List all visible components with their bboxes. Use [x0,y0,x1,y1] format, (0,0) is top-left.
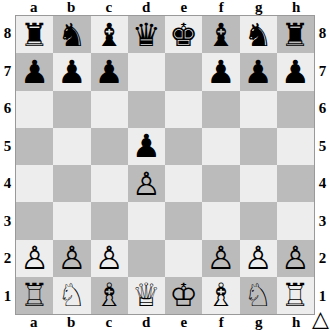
piece-black-pawn[interactable]: ♟ [132,130,161,162]
square-g5[interactable] [240,128,277,165]
square-b5[interactable] [53,128,90,165]
rank-label-7: 7 [0,53,15,91]
piece-black-bishop[interactable]: ♝ [95,19,124,51]
piece-black-rook[interactable]: ♜ [20,19,49,51]
file-label-b: b [53,0,91,15]
square-d2[interactable] [128,240,165,277]
piece-white-king[interactable]: ♔ [169,279,198,311]
square-b6[interactable] [53,91,90,128]
square-a6[interactable] [16,91,53,128]
rank-label-2: 2 [315,240,330,278]
file-label-c: c [90,315,128,330]
square-d7[interactable] [128,53,165,90]
square-g1[interactable]: ♘ [240,277,277,314]
square-c2[interactable]: ♙ [91,240,128,277]
piece-white-bishop[interactable]: ♗ [207,279,236,311]
piece-black-pawn[interactable]: ♟ [58,56,87,88]
square-a7[interactable]: ♟ [16,53,53,90]
square-f3[interactable] [202,202,239,239]
square-b8[interactable]: ♞ [53,16,90,53]
file-label-g: g [240,0,278,15]
piece-black-pawn[interactable]: ♟ [207,56,236,88]
piece-white-knight[interactable]: ♘ [58,279,87,311]
rank-label-8: 8 [0,15,15,53]
rank-label-4: 4 [0,165,15,203]
rank-labels-right: 87654321 [315,15,330,315]
chess-diagram: abcdefgh 87654321 ♜♞♝♛♚♝♞♜♟♟♟♟♟♟♟♙♙♙♙♙♙♙… [0,0,330,330]
square-e2[interactable] [165,240,202,277]
square-d8[interactable]: ♛ [128,16,165,53]
file-label-d: d [128,0,166,15]
white-to-move-indicator: △ [312,308,329,330]
file-label-c: c [90,0,128,15]
rank-labels-left: 87654321 [0,15,15,315]
piece-black-knight[interactable]: ♞ [244,19,273,51]
square-e3[interactable] [165,202,202,239]
rank-label-5: 5 [315,128,330,166]
chess-board: ♜♞♝♛♚♝♞♜♟♟♟♟♟♟♟♙♙♙♙♙♙♙♖♘♗♕♔♗♘♖ [15,15,315,315]
rank-label-3: 3 [315,203,330,241]
square-g8[interactable]: ♞ [240,16,277,53]
square-c8[interactable]: ♝ [91,16,128,53]
square-f7[interactable]: ♟ [202,53,239,90]
square-e4[interactable] [165,165,202,202]
square-g2[interactable]: ♙ [240,240,277,277]
square-c5[interactable] [91,128,128,165]
square-g3[interactable] [240,202,277,239]
rank-label-6: 6 [0,90,15,128]
square-d6[interactable] [128,91,165,128]
square-h6[interactable] [277,91,314,128]
file-label-d: d [128,315,166,330]
square-c1[interactable]: ♗ [91,277,128,314]
square-h8[interactable]: ♜ [277,16,314,53]
square-b7[interactable]: ♟ [53,53,90,90]
square-b1[interactable]: ♘ [53,277,90,314]
piece-black-pawn[interactable]: ♟ [281,56,310,88]
square-g4[interactable] [240,165,277,202]
rank-label-2: 2 [0,240,15,278]
square-a4[interactable] [16,165,53,202]
piece-white-pawn[interactable]: ♙ [281,242,310,274]
square-c3[interactable] [91,202,128,239]
piece-white-pawn[interactable]: ♙ [95,242,124,274]
file-labels-top: abcdefgh [15,0,315,15]
file-label-a: a [15,0,53,15]
file-label-g: g [240,315,278,330]
piece-white-rook[interactable]: ♖ [20,279,49,311]
piece-black-queen[interactable]: ♛ [132,19,161,51]
piece-black-knight[interactable]: ♞ [58,19,87,51]
rank-label-4: 4 [315,165,330,203]
square-d1[interactable]: ♕ [128,277,165,314]
square-a5[interactable] [16,128,53,165]
piece-white-rook[interactable]: ♖ [281,279,310,311]
square-a3[interactable] [16,202,53,239]
square-h4[interactable] [277,165,314,202]
piece-white-pawn[interactable]: ♙ [58,242,87,274]
square-f1[interactable]: ♗ [202,277,239,314]
square-h7[interactable]: ♟ [277,53,314,90]
rank-label-7: 7 [315,53,330,91]
square-g7[interactable]: ♟ [240,53,277,90]
piece-black-rook[interactable]: ♜ [281,19,310,51]
square-c6[interactable] [91,91,128,128]
square-b3[interactable] [53,202,90,239]
piece-white-pawn[interactable]: ♙ [132,168,161,200]
piece-black-bishop[interactable]: ♝ [207,19,236,51]
piece-black-pawn[interactable]: ♟ [20,56,49,88]
square-c7[interactable]: ♟ [91,53,128,90]
file-label-h: h [278,0,316,15]
square-h5[interactable] [277,128,314,165]
file-label-f: f [203,315,241,330]
square-e8[interactable]: ♚ [165,16,202,53]
square-d5[interactable]: ♟ [128,128,165,165]
square-f2[interactable]: ♙ [202,240,239,277]
square-e6[interactable] [165,91,202,128]
square-e7[interactable] [165,53,202,90]
square-d3[interactable] [128,202,165,239]
piece-white-pawn[interactable]: ♙ [20,242,49,274]
square-f6[interactable] [202,91,239,128]
file-label-b: b [53,315,91,330]
piece-white-pawn[interactable]: ♙ [207,242,236,274]
square-h1[interactable]: ♖ [277,277,314,314]
piece-white-bishop[interactable]: ♗ [95,279,124,311]
square-a2[interactable]: ♙ [16,240,53,277]
piece-black-pawn[interactable]: ♟ [95,56,124,88]
square-b4[interactable] [53,165,90,202]
square-f5[interactable] [202,128,239,165]
file-label-e: e [165,315,203,330]
piece-white-pawn[interactable]: ♙ [244,242,273,274]
square-a1[interactable]: ♖ [16,277,53,314]
file-label-h: h [278,315,316,330]
rank-label-3: 3 [0,203,15,241]
rank-label-8: 8 [315,15,330,53]
square-h3[interactable] [277,202,314,239]
square-g6[interactable] [240,91,277,128]
square-c4[interactable] [91,165,128,202]
file-label-f: f [203,0,241,15]
square-f4[interactable] [202,165,239,202]
square-b2[interactable]: ♙ [53,240,90,277]
file-labels-bottom: abcdefgh [15,315,315,330]
square-h2[interactable]: ♙ [277,240,314,277]
piece-black-king[interactable]: ♚ [169,19,198,51]
file-label-a: a [15,315,53,330]
square-d4[interactable]: ♙ [128,165,165,202]
rank-label-1: 1 [0,278,15,316]
piece-white-queen[interactable]: ♕ [132,279,161,311]
piece-black-pawn[interactable]: ♟ [244,56,273,88]
square-f8[interactable]: ♝ [202,16,239,53]
square-e5[interactable] [165,128,202,165]
rank-label-6: 6 [315,90,330,128]
rank-label-5: 5 [0,128,15,166]
piece-white-knight[interactable]: ♘ [244,279,273,311]
file-label-e: e [165,0,203,15]
square-e1[interactable]: ♔ [165,277,202,314]
square-a8[interactable]: ♜ [16,16,53,53]
